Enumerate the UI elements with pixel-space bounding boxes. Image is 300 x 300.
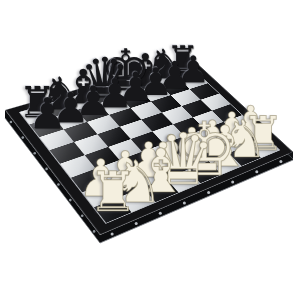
pieces-layer: ♜♞♝♛♚♝♞♜♟♟♟♟♟♟♟♟♟♟♟♟♟♟♟♟♜♞♝♛♚♝♞♜ [0,0,300,300]
chess-set-photo: ♜♞♝♛♚♝♞♜♟♟♟♟♟♟♟♟♟♟♟♟♟♟♟♟♜♞♝♛♚♝♞♜ [0,0,300,300]
piece-black-pawn-a7[interactable]: ♟ [28,93,66,136]
piece-white-rook-a1[interactable]: ♜ [88,165,138,220]
